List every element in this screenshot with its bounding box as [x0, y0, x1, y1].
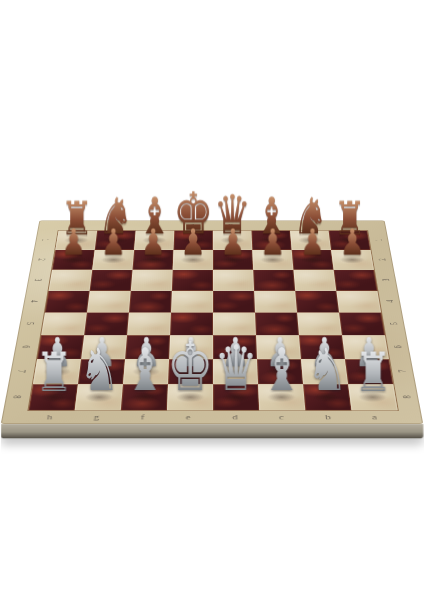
rank-label: 2 [377, 258, 388, 260]
file-label: a [371, 413, 377, 420]
file-label: c [279, 413, 284, 420]
chessboard-frame: hgfedcba hgfedcba 12345678 12345678 ♜♞♝♚… [1, 221, 424, 424]
rank-label: 1 [373, 239, 384, 241]
file-label: e [186, 413, 191, 420]
photo-canvas: hgfedcba hgfedcba 12345678 12345678 ♜♞♝♚… [0, 0, 424, 600]
file-label: d [229, 223, 234, 228]
square-d3[interactable] [213, 270, 254, 291]
file-label: d [232, 413, 238, 420]
square-a2[interactable]: ♟ [331, 250, 374, 270]
file-label: a [344, 223, 349, 228]
square-b3[interactable] [293, 270, 336, 291]
file-label: b [325, 413, 331, 420]
file-label: c [267, 223, 271, 228]
rank-label: 2 [37, 258, 48, 260]
file-labels-near: hgfedcba [25, 411, 398, 423]
square-f3[interactable] [131, 270, 173, 291]
file-label: f [153, 223, 156, 228]
file-label: b [305, 223, 310, 228]
file-label: h [47, 413, 54, 420]
square-g3[interactable] [90, 270, 133, 291]
pawn-glyph: ♟ [340, 227, 365, 260]
rook-glyph: ♜ [354, 347, 392, 397]
chessboard-scene: hgfedcba hgfedcba 12345678 12345678 ♜♞♝♚… [22, 122, 402, 502]
board-side-edge [1, 424, 424, 438]
file-label: g [114, 223, 119, 228]
piece-black-rook[interactable]: ♜ [332, 319, 412, 397]
piece-white-pawn[interactable]: ♟ [317, 192, 387, 260]
board-grid: ♜♞♝♚♛♝♞♜♟♟♟♟♟♟♟♟♟♟♟♟♟♟♟♟♜♞♝♚♛♝♞♜ [27, 230, 398, 411]
square-a3[interactable] [334, 270, 378, 291]
square-a8[interactable]: ♜ [348, 384, 397, 410]
square-h3[interactable] [49, 270, 93, 291]
rank-label: 3 [33, 278, 44, 280]
file-label: h [75, 223, 80, 228]
file-label: g [94, 413, 100, 420]
rank-label: 3 [380, 278, 391, 280]
square-c3[interactable] [253, 270, 295, 291]
rank-label: 1 [40, 239, 51, 241]
square-e3[interactable] [172, 270, 213, 291]
file-label: f [141, 413, 145, 420]
file-label: e [190, 223, 194, 228]
